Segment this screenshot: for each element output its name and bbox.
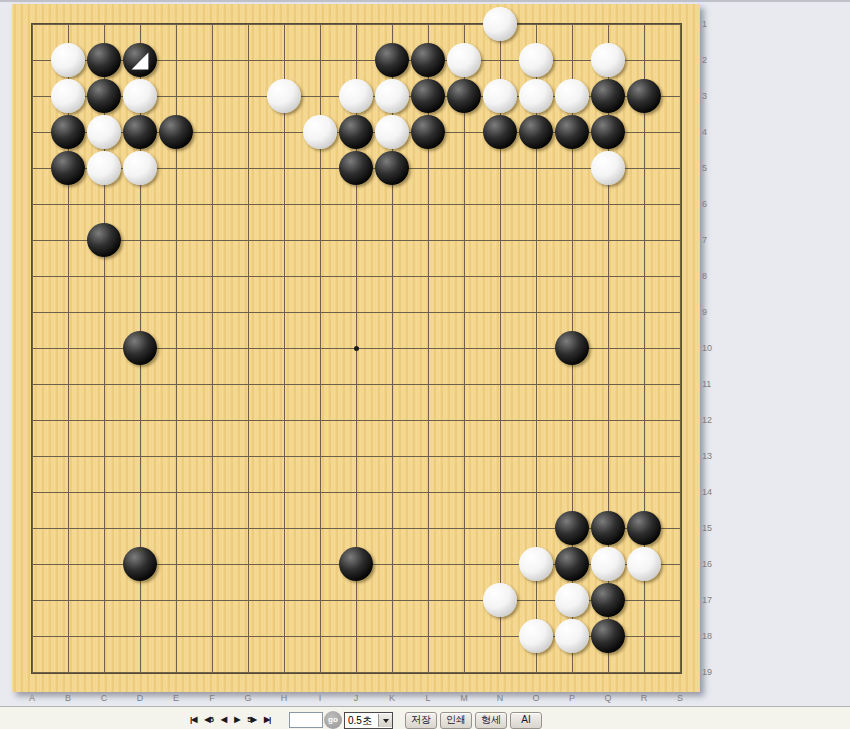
stone-white-Q2 xyxy=(591,43,625,77)
stone-black-L3 xyxy=(411,79,445,113)
coord-row-1: 1 xyxy=(702,20,707,29)
stone-black-K5 xyxy=(375,151,409,185)
stone-black-D10 xyxy=(123,331,157,365)
stone-white-Q16 xyxy=(591,547,625,581)
stone-black-P10 xyxy=(555,331,589,365)
coord-col-D: D xyxy=(130,694,150,703)
coord-row-8: 8 xyxy=(702,272,707,281)
coord-col-Q: Q xyxy=(598,694,618,703)
move-number-input[interactable] xyxy=(289,712,323,728)
stone-white-P17 xyxy=(555,583,589,617)
action-buttons: 저장인쇄형세AI xyxy=(405,712,542,729)
stone-black-M3 xyxy=(447,79,481,113)
stone-white-O16 xyxy=(519,547,553,581)
forward-5-button[interactable]: 5▶ xyxy=(243,715,260,724)
coord-col-R: R xyxy=(634,694,654,703)
coord-col-S: S xyxy=(670,694,690,703)
coord-col-K: K xyxy=(382,694,402,703)
coord-row-18: 18 xyxy=(702,632,712,641)
back-1-button[interactable]: ◀ xyxy=(217,715,230,724)
stone-black-Q3 xyxy=(591,79,625,113)
stone-white-C4 xyxy=(87,115,121,149)
speed-value: 0.5초 xyxy=(345,713,378,728)
stone-black-D4 xyxy=(123,115,157,149)
print-button[interactable]: 인쇄 xyxy=(440,712,472,729)
stone-white-M2 xyxy=(447,43,481,77)
stone-black-E4 xyxy=(159,115,193,149)
stone-white-H3 xyxy=(267,79,301,113)
stone-white-Q5 xyxy=(591,151,625,185)
window-top-edge xyxy=(0,0,850,2)
coord-row-16: 16 xyxy=(702,560,712,569)
coord-row-19: 19 xyxy=(702,668,712,677)
coord-row-13: 13 xyxy=(702,452,712,461)
forward-1-button[interactable]: ▶ xyxy=(230,715,243,724)
stone-black-C7 xyxy=(87,223,121,257)
coord-col-G: G xyxy=(238,694,258,703)
star-point-J10 xyxy=(354,346,359,351)
stone-white-B3 xyxy=(51,79,85,113)
stone-black-D2 xyxy=(123,43,157,77)
stone-black-D16 xyxy=(123,547,157,581)
stone-black-C2 xyxy=(87,43,121,77)
coord-col-I: I xyxy=(310,694,330,703)
stone-white-D5 xyxy=(123,151,157,185)
coord-row-17: 17 xyxy=(702,596,712,605)
stone-black-K2 xyxy=(375,43,409,77)
stone-white-N1 xyxy=(483,7,517,41)
save-button[interactable]: 저장 xyxy=(405,712,437,729)
coord-col-N: N xyxy=(490,694,510,703)
stone-white-N17 xyxy=(483,583,517,617)
stone-white-I4 xyxy=(303,115,337,149)
stone-white-O2 xyxy=(519,43,553,77)
speed-dropdown[interactable]: 0.5초 xyxy=(344,712,393,729)
first-move-button[interactable]: |◀ xyxy=(186,715,200,724)
stone-black-Q15 xyxy=(591,511,625,545)
back-5-button[interactable]: ◀5 xyxy=(200,715,217,724)
stone-white-P3 xyxy=(555,79,589,113)
territory-button[interactable]: 형세 xyxy=(475,712,507,729)
stone-white-O18 xyxy=(519,619,553,653)
last-move-button[interactable]: ▶| xyxy=(260,715,274,724)
stone-white-K3 xyxy=(375,79,409,113)
coord-col-E: E xyxy=(166,694,186,703)
stone-black-O4 xyxy=(519,115,553,149)
stone-black-R3 xyxy=(627,79,661,113)
coord-col-F: F xyxy=(202,694,222,703)
stone-black-B4 xyxy=(51,115,85,149)
stone-black-L2 xyxy=(411,43,445,77)
coord-col-M: M xyxy=(454,694,474,703)
coord-row-15: 15 xyxy=(702,524,712,533)
coord-row-2: 2 xyxy=(702,56,707,65)
go-button[interactable]: go xyxy=(324,711,342,729)
stone-black-R15 xyxy=(627,511,661,545)
stone-white-R16 xyxy=(627,547,661,581)
coord-row-5: 5 xyxy=(702,164,707,173)
stone-black-Q18 xyxy=(591,619,625,653)
coord-row-7: 7 xyxy=(702,236,707,245)
stone-black-N4 xyxy=(483,115,517,149)
stone-black-P4 xyxy=(555,115,589,149)
stone-black-C3 xyxy=(87,79,121,113)
chevron-down-icon[interactable] xyxy=(378,714,392,727)
playback-controls: |◀◀5◀▶5▶▶| xyxy=(186,712,274,726)
coord-row-12: 12 xyxy=(702,416,712,425)
last-move-triangle-marker xyxy=(130,51,150,71)
coord-col-A: A xyxy=(22,694,42,703)
stone-white-P18 xyxy=(555,619,589,653)
stone-black-J4 xyxy=(339,115,373,149)
coord-col-O: O xyxy=(526,694,546,703)
stone-black-J5 xyxy=(339,151,373,185)
coord-col-C: C xyxy=(94,694,114,703)
stone-black-J16 xyxy=(339,547,373,581)
coord-row-14: 14 xyxy=(702,488,712,497)
coord-row-9: 9 xyxy=(702,308,707,317)
stone-black-L4 xyxy=(411,115,445,149)
ai-button[interactable]: AI xyxy=(510,712,542,729)
coord-col-P: P xyxy=(562,694,582,703)
coord-row-6: 6 xyxy=(702,200,707,209)
coord-row-11: 11 xyxy=(702,380,711,389)
coord-row-10: 10 xyxy=(702,344,712,353)
stone-black-B5 xyxy=(51,151,85,185)
stone-white-K4 xyxy=(375,115,409,149)
stone-black-P16 xyxy=(555,547,589,581)
coord-col-B: B xyxy=(58,694,78,703)
stone-white-J3 xyxy=(339,79,373,113)
stone-black-P15 xyxy=(555,511,589,545)
go-board[interactable] xyxy=(12,4,700,692)
stone-white-N3 xyxy=(483,79,517,113)
stone-white-O3 xyxy=(519,79,553,113)
coord-row-3: 3 xyxy=(702,92,707,101)
stone-black-Q4 xyxy=(591,115,625,149)
coord-col-H: H xyxy=(274,694,294,703)
coord-col-L: L xyxy=(418,694,438,703)
coord-col-J: J xyxy=(346,694,366,703)
stone-white-C5 xyxy=(87,151,121,185)
coord-row-4: 4 xyxy=(702,128,707,137)
stone-white-B2 xyxy=(51,43,85,77)
stone-white-D3 xyxy=(123,79,157,113)
stone-black-Q17 xyxy=(591,583,625,617)
